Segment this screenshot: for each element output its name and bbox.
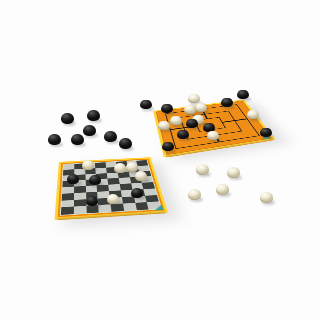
piece-white [184, 105, 195, 114]
piece-black [83, 125, 96, 136]
piece-black [48, 134, 61, 145]
piece-black [131, 188, 143, 198]
piece-white [196, 164, 209, 175]
piece-white [207, 131, 218, 140]
piece-white [135, 171, 147, 181]
piece-white [82, 160, 94, 170]
piece-black [162, 142, 173, 151]
piece-white [188, 94, 199, 103]
piece-white [158, 121, 169, 130]
piece-white [260, 192, 273, 203]
piece-black [221, 98, 232, 107]
pieces-layer [0, 0, 320, 320]
piece-black [104, 131, 117, 142]
piece-black [67, 174, 79, 184]
piece-white [227, 167, 240, 178]
piece-black [87, 110, 100, 121]
piece-black [89, 175, 101, 185]
piece-white [188, 189, 201, 200]
piece-black [177, 130, 188, 139]
piece-white [247, 110, 258, 119]
piece-white [107, 194, 119, 204]
piece-black [161, 104, 172, 113]
piece-black [186, 119, 197, 128]
piece-black [86, 196, 98, 206]
piece-black [237, 90, 248, 99]
product-photo [0, 0, 320, 320]
piece-black [61, 113, 74, 124]
piece-white [195, 103, 206, 112]
piece-black [71, 134, 84, 145]
piece-black [119, 138, 132, 149]
piece-black [260, 128, 271, 137]
piece-white [170, 116, 181, 125]
piece-black [140, 100, 151, 109]
piece-white [216, 184, 229, 195]
piece-white [114, 163, 126, 173]
